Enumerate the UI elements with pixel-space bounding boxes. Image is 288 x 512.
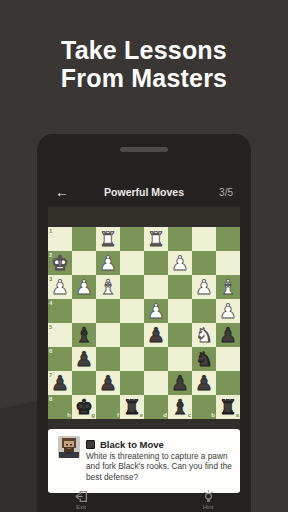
square-c8[interactable]: c♝ bbox=[168, 395, 192, 419]
square-b7[interactable]: ♟ bbox=[192, 371, 216, 395]
black-pawn-b7: ♟ bbox=[192, 371, 216, 395]
square-h5[interactable]: 5 bbox=[48, 323, 72, 347]
square-b8[interactable]: b bbox=[192, 395, 216, 419]
square-f3[interactable]: ♝ bbox=[96, 275, 120, 299]
black-turn-icon bbox=[86, 440, 95, 449]
hero-title-line2: From Masters bbox=[0, 64, 288, 92]
square-h8[interactable]: 8h bbox=[48, 395, 72, 419]
screen-spacer-top bbox=[48, 207, 240, 227]
white-pawn-f2: ♟ bbox=[96, 251, 120, 275]
hero-title: Take Lessons From Masters bbox=[0, 36, 288, 92]
square-a1[interactable] bbox=[216, 227, 240, 251]
black-knight-b6: ♞ bbox=[192, 347, 216, 371]
square-f8[interactable]: f bbox=[96, 395, 120, 419]
square-h2[interactable]: 2♚ bbox=[48, 251, 72, 275]
square-a7[interactable] bbox=[216, 371, 240, 395]
white-bishop-a3: ♝ bbox=[216, 275, 240, 299]
square-f5[interactable] bbox=[96, 323, 120, 347]
square-b5[interactable]: ♞ bbox=[192, 323, 216, 347]
coach-message: White is threatening to capture a pawn a… bbox=[86, 451, 236, 482]
square-e1[interactable] bbox=[120, 227, 144, 251]
white-bishop-f3: ♝ bbox=[96, 275, 120, 299]
white-knight-b5: ♞ bbox=[192, 323, 216, 347]
square-g8[interactable]: g♚ bbox=[72, 395, 96, 419]
square-f7[interactable]: ♟ bbox=[96, 371, 120, 395]
square-e4[interactable] bbox=[120, 299, 144, 323]
square-b4[interactable] bbox=[192, 299, 216, 323]
black-bishop-c8: ♝ bbox=[168, 395, 192, 419]
rank-label-5: 5 bbox=[49, 324, 52, 330]
square-d5[interactable]: ♟ bbox=[144, 323, 168, 347]
phone-mockup: ← Powerful Moves 3/5 1♜♜2♚♟♟3♟♟♝♟♝4♟♟5♝♟… bbox=[37, 134, 251, 512]
rank-label-4: 4 bbox=[49, 300, 52, 306]
exit-button[interactable]: Exit bbox=[61, 490, 101, 510]
black-pawn-c7: ♟ bbox=[168, 371, 192, 395]
turn-label: Black to Move bbox=[100, 439, 164, 450]
square-f6[interactable] bbox=[96, 347, 120, 371]
coach-avatar-image bbox=[58, 436, 80, 458]
square-d2[interactable] bbox=[144, 251, 168, 275]
lesson-header: ← Powerful Moves 3/5 bbox=[48, 177, 240, 207]
square-a4[interactable]: ♟ bbox=[216, 299, 240, 323]
rank-label-6: 6 bbox=[49, 348, 52, 354]
square-h4[interactable]: 4 bbox=[48, 299, 72, 323]
square-d6[interactable] bbox=[144, 347, 168, 371]
lesson-progress: 3/5 bbox=[219, 187, 233, 198]
square-e7[interactable] bbox=[120, 371, 144, 395]
white-pawn-a4: ♟ bbox=[216, 299, 240, 323]
file-label-d: d bbox=[163, 412, 167, 418]
exit-door-icon bbox=[75, 490, 88, 503]
hero-title-line1: Take Lessons bbox=[0, 36, 288, 64]
square-e8[interactable]: e♜ bbox=[120, 395, 144, 419]
square-f1[interactable]: ♜ bbox=[96, 227, 120, 251]
back-arrow-icon[interactable]: ← bbox=[55, 185, 69, 199]
square-c5[interactable] bbox=[168, 323, 192, 347]
square-c1[interactable] bbox=[168, 227, 192, 251]
black-rook-a8: ♜ bbox=[216, 395, 240, 419]
square-e5[interactable] bbox=[120, 323, 144, 347]
black-rook-e8: ♜ bbox=[120, 395, 144, 419]
hint-lightbulb-icon bbox=[202, 490, 215, 503]
black-pawn-d5: ♟ bbox=[144, 323, 168, 347]
square-f4[interactable] bbox=[96, 299, 120, 323]
square-d8[interactable]: d bbox=[144, 395, 168, 419]
square-h1[interactable]: 1 bbox=[48, 227, 72, 251]
screen-spacer-bottom bbox=[48, 419, 240, 429]
square-a6[interactable] bbox=[216, 347, 240, 371]
square-e6[interactable] bbox=[120, 347, 144, 371]
square-a2[interactable] bbox=[216, 251, 240, 275]
square-c6[interactable] bbox=[168, 347, 192, 371]
black-king-g8: ♚ bbox=[72, 395, 96, 419]
lesson-screen: ← Powerful Moves 3/5 1♜♜2♚♟♟3♟♟♝♟♝4♟♟5♝♟… bbox=[48, 177, 240, 493]
coach-avatar bbox=[58, 436, 80, 458]
square-b3[interactable]: ♟ bbox=[192, 275, 216, 299]
black-pawn-g6: ♟ bbox=[72, 347, 96, 371]
white-rook-f1: ♜ bbox=[96, 227, 120, 251]
white-pawn-c2: ♟ bbox=[168, 251, 192, 275]
square-h6[interactable]: 6 bbox=[48, 347, 72, 371]
square-e3[interactable] bbox=[120, 275, 144, 299]
chess-board[interactable]: 1♜♜2♚♟♟3♟♟♝♟♝4♟♟5♝♟♞♟6♟♞7♟♟♟♟8hg♚fe♜dc♝b… bbox=[48, 227, 240, 419]
square-d7[interactable] bbox=[144, 371, 168, 395]
white-pawn-g3: ♟ bbox=[72, 275, 96, 299]
square-b6[interactable]: ♞ bbox=[192, 347, 216, 371]
rank-label-8: 8 bbox=[49, 396, 52, 402]
black-pawn-h7: ♟ bbox=[48, 371, 72, 395]
square-c3[interactable] bbox=[168, 275, 192, 299]
square-g6[interactable]: ♟ bbox=[72, 347, 96, 371]
square-c4[interactable] bbox=[168, 299, 192, 323]
white-pawn-d4: ♟ bbox=[144, 299, 168, 323]
square-d4[interactable]: ♟ bbox=[144, 299, 168, 323]
file-label-f: f bbox=[117, 412, 119, 418]
exit-label: Exit bbox=[76, 504, 86, 510]
hint-button[interactable]: Hint bbox=[188, 490, 228, 510]
square-a8[interactable]: a♜ bbox=[216, 395, 240, 419]
square-e2[interactable] bbox=[120, 251, 144, 275]
square-c7[interactable]: ♟ bbox=[168, 371, 192, 395]
phone-speaker bbox=[120, 147, 168, 152]
black-pawn-f7: ♟ bbox=[96, 371, 120, 395]
square-h3[interactable]: 3♟ bbox=[48, 275, 72, 299]
square-a3[interactable]: ♝ bbox=[216, 275, 240, 299]
hint-label: Hint bbox=[203, 504, 214, 510]
black-pawn-a5: ♟ bbox=[216, 323, 240, 347]
square-h7[interactable]: 7♟ bbox=[48, 371, 72, 395]
square-g4[interactable] bbox=[72, 299, 96, 323]
turn-indicator: Black to Move bbox=[86, 439, 164, 450]
square-g7[interactable] bbox=[72, 371, 96, 395]
white-rook-d1: ♜ bbox=[144, 227, 168, 251]
file-label-h: h bbox=[67, 412, 71, 418]
square-d1[interactable]: ♜ bbox=[144, 227, 168, 251]
rank-label-1: 1 bbox=[49, 228, 52, 234]
white-king-h2: ♚ bbox=[48, 251, 72, 275]
square-b2[interactable] bbox=[192, 251, 216, 275]
square-b1[interactable] bbox=[192, 227, 216, 251]
square-d3[interactable] bbox=[144, 275, 168, 299]
square-g3[interactable]: ♟ bbox=[72, 275, 96, 299]
square-g2[interactable] bbox=[72, 251, 96, 275]
square-g5[interactable]: ♝ bbox=[72, 323, 96, 347]
square-g1[interactable] bbox=[72, 227, 96, 251]
coach-message-card: Black to Move White is threatening to ca… bbox=[48, 429, 240, 493]
white-pawn-b3: ♟ bbox=[192, 275, 216, 299]
file-label-b: b bbox=[211, 412, 215, 418]
square-f2[interactable]: ♟ bbox=[96, 251, 120, 275]
lesson-title: Powerful Moves bbox=[69, 186, 219, 198]
white-pawn-h3: ♟ bbox=[48, 275, 72, 299]
square-c2[interactable]: ♟ bbox=[168, 251, 192, 275]
black-bishop-g5: ♝ bbox=[72, 323, 96, 347]
app-background: { "hero": { "title_line1": "Take Lessons… bbox=[0, 0, 288, 512]
square-a5[interactable]: ♟ bbox=[216, 323, 240, 347]
